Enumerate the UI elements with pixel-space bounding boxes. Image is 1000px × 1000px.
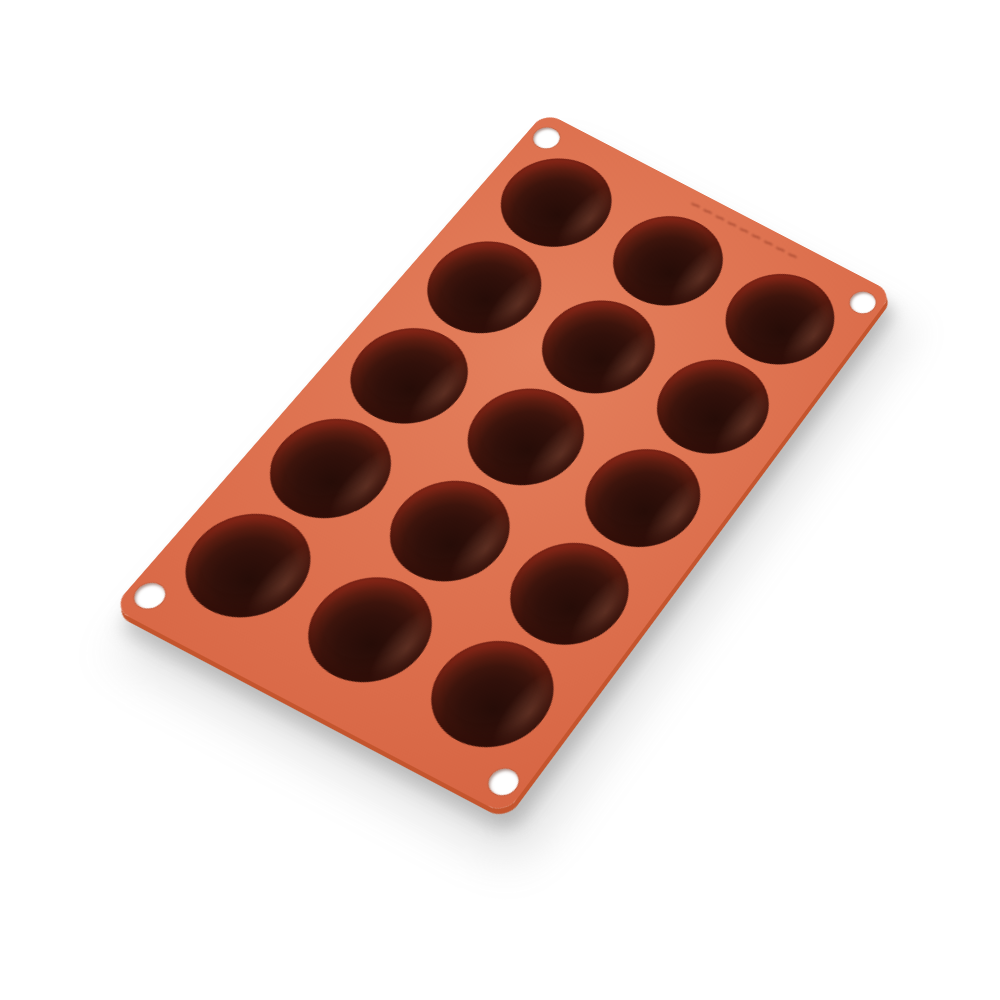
silicone-mould: ~~~~~~~~~ [112,112,893,815]
corner-hole [845,288,880,318]
product-photo: ~~~~~~~~~ [0,0,1000,1000]
cavity-grid [112,112,545,608]
corner-hole [483,764,525,800]
corner-hole [528,124,565,153]
corner-hole [128,578,171,613]
